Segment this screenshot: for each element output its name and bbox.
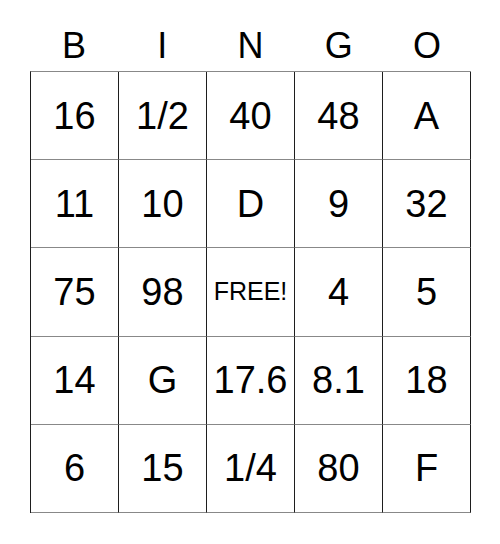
cell-r5c5[interactable]: F [383, 425, 471, 513]
cell-r4c1[interactable]: 14 [31, 337, 119, 425]
cell-r2c5[interactable]: 32 [383, 160, 471, 248]
cell-r2c1[interactable]: 11 [31, 160, 119, 248]
cell-r3c5[interactable]: 5 [383, 248, 471, 336]
header-letter-n: N [206, 0, 294, 71]
cell-r4c3[interactable]: 17.6 [207, 337, 295, 425]
cell-r1c3[interactable]: 40 [207, 72, 295, 160]
bingo-card: B I N G O 16 1/2 40 48 A 11 10 D 9 32 75… [0, 0, 500, 544]
cell-r5c3[interactable]: 1/4 [207, 425, 295, 513]
cell-r4c4[interactable]: 8.1 [295, 337, 383, 425]
cell-r1c4[interactable]: 48 [295, 72, 383, 160]
free-cell[interactable]: FREE! [207, 248, 295, 336]
cell-r2c3[interactable]: D [207, 160, 295, 248]
cell-r1c5[interactable]: A [383, 72, 471, 160]
cell-r5c2[interactable]: 15 [119, 425, 207, 513]
header-letter-g: G [295, 0, 383, 71]
cell-r5c1[interactable]: 6 [31, 425, 119, 513]
cell-r4c2[interactable]: G [119, 337, 207, 425]
cell-r2c2[interactable]: 10 [119, 160, 207, 248]
cell-r1c2[interactable]: 1/2 [119, 72, 207, 160]
cell-r4c5[interactable]: 18 [383, 337, 471, 425]
cell-r1c1[interactable]: 16 [31, 72, 119, 160]
cell-r3c4[interactable]: 4 [295, 248, 383, 336]
header-letter-i: I [118, 0, 206, 71]
cell-r3c2[interactable]: 98 [119, 248, 207, 336]
cell-r3c1[interactable]: 75 [31, 248, 119, 336]
header-letter-b: B [30, 0, 118, 71]
header-letter-o: O [383, 0, 471, 71]
bingo-header: B I N G O [30, 0, 471, 71]
cell-r5c4[interactable]: 80 [295, 425, 383, 513]
cell-r2c4[interactable]: 9 [295, 160, 383, 248]
bingo-grid: 16 1/2 40 48 A 11 10 D 9 32 75 98 FREE! … [30, 71, 471, 513]
